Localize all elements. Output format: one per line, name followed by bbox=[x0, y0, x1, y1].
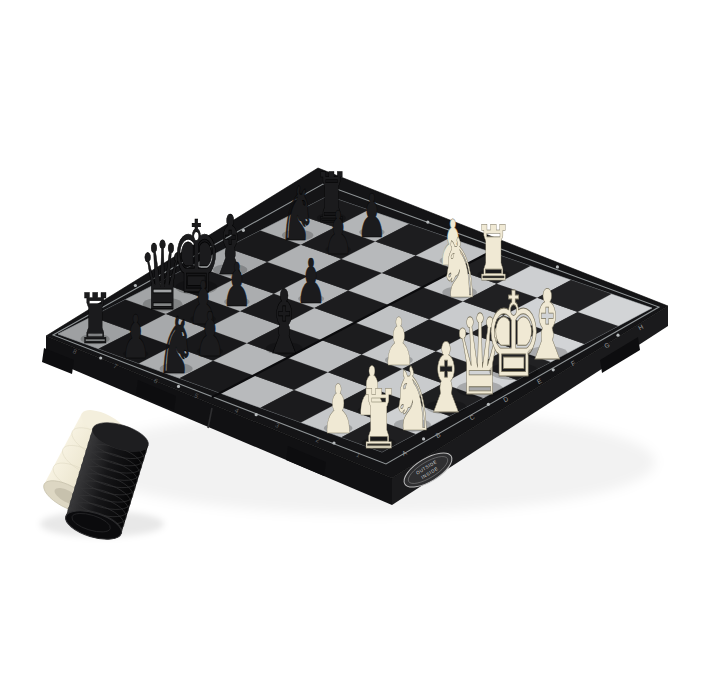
piece-black-rook-a8: ♜ bbox=[78, 279, 112, 360]
product-photo: ABCDEFGH12345678OUTSIDEINSIDE♜♛♚♝♞♜♟♟♟♟♟… bbox=[0, 0, 701, 700]
border-screw bbox=[556, 265, 559, 268]
piece-black-pawn-a7: ♟ bbox=[121, 303, 151, 372]
piece-white-pawn-a2: ♟ bbox=[321, 370, 354, 449]
piece-black-pawn-g7: ♟ bbox=[323, 198, 353, 267]
piece-black-pawn-h7: ♟ bbox=[357, 181, 387, 250]
piece-black-knight-g8: ♞ bbox=[279, 170, 316, 257]
piece-white-bishop-f1: ♝ bbox=[524, 269, 572, 381]
border-screw bbox=[134, 284, 137, 287]
border-screw bbox=[616, 334, 619, 337]
chess-set-scene: ABCDEFGH12345678OUTSIDEINSIDE♜♛♚♝♞♜♟♟♟♟♟… bbox=[0, 0, 701, 700]
piece-black-pawn-b6: ♟ bbox=[195, 299, 225, 371]
border-screw bbox=[426, 221, 429, 224]
border-screw bbox=[255, 413, 258, 416]
piece-black-knight-a6: ♞ bbox=[157, 300, 196, 392]
piece-black-bishop-c5: ♝ bbox=[262, 271, 305, 374]
piece-black-pawn-d7: ♟ bbox=[222, 250, 252, 319]
